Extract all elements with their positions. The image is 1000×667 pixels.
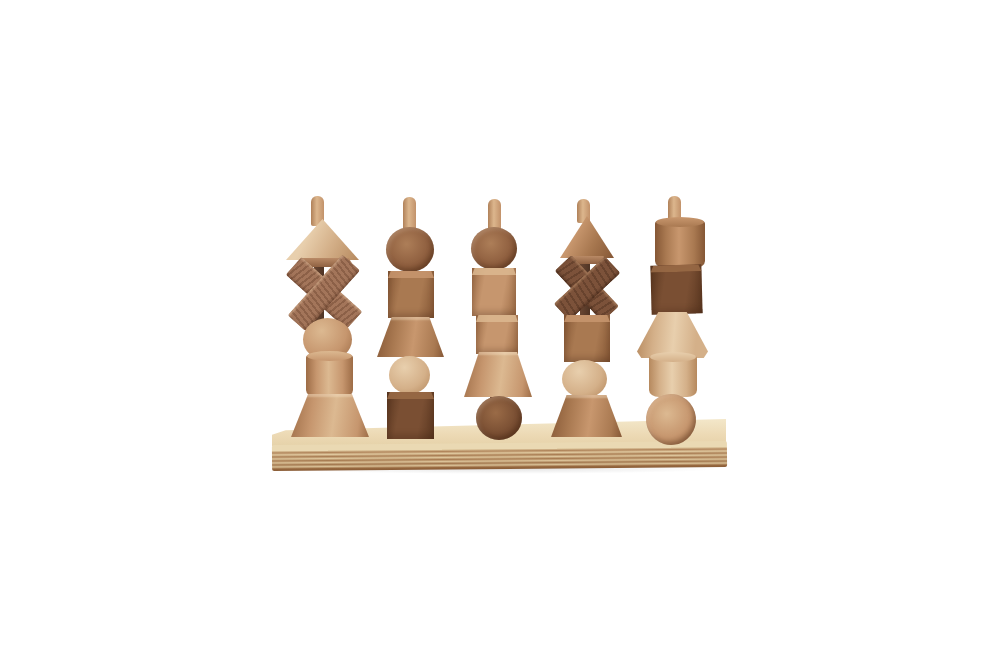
- stack3-trapezoid-block: [464, 352, 532, 397]
- stack4-trapezoid-block: [551, 395, 622, 437]
- stack5-tall-cylinder-block: [655, 221, 705, 268]
- stacking-toy-scene: [0, 0, 1000, 667]
- stack2-cube-block: [388, 271, 434, 318]
- stack4-sphere-block: [562, 360, 607, 398]
- stack3-upper-cube-block: [472, 268, 516, 316]
- stack3-lower-cube-block: [476, 315, 518, 354]
- stack1-cylinder-block: [306, 355, 353, 397]
- stack3-bottom-disc-block: [476, 396, 522, 440]
- stack1-x-cross-block: [283, 260, 363, 326]
- stack5-cylinder-block: [649, 356, 697, 397]
- stack2-bottom-cube-block: [387, 392, 434, 439]
- stack4-triangle-block: [560, 216, 614, 258]
- stack2-sphere-block: [389, 356, 430, 394]
- stack5-cube-block: [650, 264, 702, 314]
- stack2-disc-block: [386, 227, 434, 272]
- stack1-triangle-block: [286, 219, 359, 260]
- stack4-x-cross-block: [553, 258, 621, 318]
- stack1-trapezoid-block: [291, 394, 369, 437]
- stack4-cube-block: [564, 315, 610, 362]
- stack3-top-disc-block: [471, 227, 517, 270]
- stack2-trapezoid-block: [377, 317, 444, 357]
- base-plywood-striped-edge: [272, 441, 727, 471]
